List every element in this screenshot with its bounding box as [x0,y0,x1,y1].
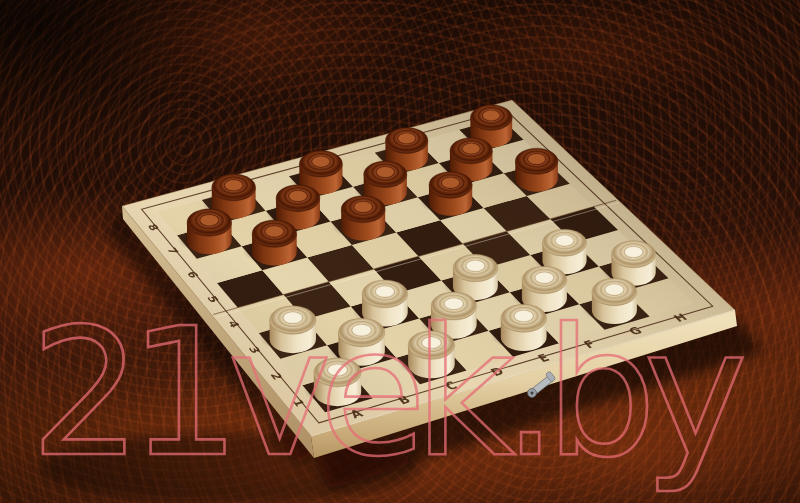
photo-stage: 12345678ABCDEFGH⛂⛂⛂⛂⛂⛂⛂⛂⛂⛂⛂⛂⛀⛀⛀⛀⛀⛀⛀⛀⛀⛀⛀⛀… [0,0,800,503]
piece-glyph: ⛂ [318,159,324,168]
piece-glyph: ⛀ [290,315,297,324]
piece-glyph: ⛂ [534,157,540,165]
piece-glyph: ⛀ [611,287,617,296]
piece-glyph: ⛀ [382,289,388,298]
piece-glyph: ⛂ [295,193,301,202]
piece-glyph: ⛀ [334,367,341,376]
piece-glyph: ⛀ [631,249,637,258]
piece-glyph: ⛂ [206,217,212,226]
piece-glyph: ⛂ [448,180,454,189]
piece-glyph: ⛂ [404,136,410,144]
piece-glyph: ⛂ [360,204,366,213]
piece-glyph: ⛂ [488,113,494,121]
piece-glyph: ⛀ [358,327,365,336]
piece-glyph: ⛀ [428,340,435,349]
piece-glyph: ⛀ [541,275,547,284]
piece-glyph: ⛀ [451,301,457,310]
piece-glyph: ⛂ [271,229,277,238]
piece-glyph: ⛂ [468,146,474,154]
piece-glyph: ⛂ [231,182,237,191]
piece-glyph: ⛀ [521,313,527,322]
piece-glyph: ⛂ [382,169,388,178]
piece-glyph: ⛀ [472,263,478,272]
checkers-board-scene: 12345678ABCDEFGH⛂⛂⛂⛂⛂⛂⛂⛂⛂⛂⛂⛂⛀⛀⛀⛀⛀⛀⛀⛀⛀⛀⛀⛀ [0,0,800,503]
piece-glyph: ⛀ [561,238,567,247]
